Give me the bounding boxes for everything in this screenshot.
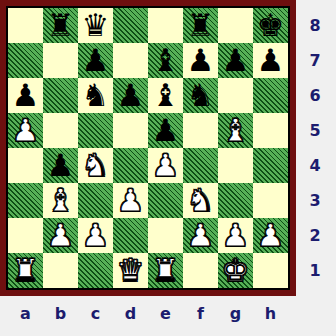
piece-black-rook: ♜ bbox=[47, 8, 75, 43]
square-g1[interactable]: ♚ bbox=[218, 253, 253, 288]
piece-white-queen: ♛ bbox=[117, 253, 145, 288]
square-e2[interactable] bbox=[148, 218, 183, 253]
square-b7[interactable] bbox=[43, 43, 78, 78]
piece-white-king: ♚ bbox=[222, 253, 250, 288]
square-e8[interactable] bbox=[148, 8, 183, 43]
piece-white-pawn: ♟ bbox=[47, 218, 75, 253]
square-c6[interactable]: ♞ bbox=[78, 78, 113, 113]
square-e3[interactable] bbox=[148, 183, 183, 218]
file-label-g: g bbox=[218, 301, 253, 327]
file-label-d: d bbox=[113, 301, 148, 327]
file-label-b: b bbox=[43, 301, 78, 327]
chess-diagram: ♜♛♜♚♟♝♟♟♟♟♞♟♝♞♟♟♝♟♞♟♝♟♞♟♟♟♟♟♜♛♜♚ 8765432… bbox=[0, 0, 336, 336]
piece-black-bishop: ♝ bbox=[152, 43, 180, 78]
square-c2[interactable]: ♟ bbox=[78, 218, 113, 253]
piece-black-knight: ♞ bbox=[187, 78, 215, 113]
square-e7[interactable]: ♝ bbox=[148, 43, 183, 78]
square-b8[interactable]: ♜ bbox=[43, 8, 78, 43]
square-d5[interactable] bbox=[113, 113, 148, 148]
square-e6[interactable]: ♝ bbox=[148, 78, 183, 113]
square-h6[interactable] bbox=[253, 78, 288, 113]
square-a2[interactable] bbox=[8, 218, 43, 253]
square-a4[interactable] bbox=[8, 148, 43, 183]
piece-black-pawn: ♟ bbox=[47, 148, 75, 183]
rank-label-3: 3 bbox=[298, 183, 332, 218]
square-h4[interactable] bbox=[253, 148, 288, 183]
square-h2[interactable]: ♟ bbox=[253, 218, 288, 253]
piece-white-pawn: ♟ bbox=[117, 183, 145, 218]
piece-black-king: ♚ bbox=[257, 8, 285, 43]
square-c1[interactable] bbox=[78, 253, 113, 288]
square-b2[interactable]: ♟ bbox=[43, 218, 78, 253]
file-label-f: f bbox=[183, 301, 218, 327]
square-d6[interactable]: ♟ bbox=[113, 78, 148, 113]
piece-black-rook: ♜ bbox=[187, 8, 215, 43]
square-a5[interactable]: ♟ bbox=[8, 113, 43, 148]
piece-white-pawn: ♟ bbox=[187, 218, 215, 253]
square-e1[interactable]: ♜ bbox=[148, 253, 183, 288]
piece-white-rook: ♜ bbox=[12, 253, 40, 288]
rank-label-7: 7 bbox=[298, 43, 332, 78]
square-c3[interactable] bbox=[78, 183, 113, 218]
square-g8[interactable] bbox=[218, 8, 253, 43]
piece-black-pawn: ♟ bbox=[152, 113, 180, 148]
square-a3[interactable] bbox=[8, 183, 43, 218]
chess-board: ♜♛♜♚♟♝♟♟♟♟♞♟♝♞♟♟♝♟♞♟♝♟♞♟♟♟♟♟♜♛♜♚ bbox=[6, 6, 290, 290]
square-f5[interactable] bbox=[183, 113, 218, 148]
square-b4[interactable]: ♟ bbox=[43, 148, 78, 183]
file-label-a: a bbox=[8, 301, 43, 327]
square-f3[interactable]: ♞ bbox=[183, 183, 218, 218]
square-f7[interactable]: ♟ bbox=[183, 43, 218, 78]
square-g7[interactable]: ♟ bbox=[218, 43, 253, 78]
piece-white-knight: ♞ bbox=[187, 183, 215, 218]
chess-board-frame: ♜♛♜♚♟♝♟♟♟♟♞♟♝♞♟♟♝♟♞♟♝♟♞♟♟♟♟♟♜♛♜♚ bbox=[0, 0, 296, 296]
square-c4[interactable]: ♞ bbox=[78, 148, 113, 183]
rank-label-5: 5 bbox=[298, 113, 332, 148]
piece-white-pawn: ♟ bbox=[82, 218, 110, 253]
square-g2[interactable]: ♟ bbox=[218, 218, 253, 253]
file-label-e: e bbox=[148, 301, 183, 327]
square-h3[interactable] bbox=[253, 183, 288, 218]
square-a7[interactable] bbox=[8, 43, 43, 78]
rank-label-2: 2 bbox=[298, 218, 332, 253]
square-d4[interactable] bbox=[113, 148, 148, 183]
piece-black-pawn: ♟ bbox=[222, 43, 250, 78]
square-g4[interactable] bbox=[218, 148, 253, 183]
square-g6[interactable] bbox=[218, 78, 253, 113]
square-c7[interactable]: ♟ bbox=[78, 43, 113, 78]
piece-white-rook: ♜ bbox=[152, 253, 180, 288]
piece-white-bishop: ♝ bbox=[222, 113, 250, 148]
square-g5[interactable]: ♝ bbox=[218, 113, 253, 148]
square-f2[interactable]: ♟ bbox=[183, 218, 218, 253]
rank-label-6: 6 bbox=[298, 78, 332, 113]
square-e4[interactable]: ♟ bbox=[148, 148, 183, 183]
square-c8[interactable]: ♛ bbox=[78, 8, 113, 43]
square-e5[interactable]: ♟ bbox=[148, 113, 183, 148]
piece-white-pawn: ♟ bbox=[257, 218, 285, 253]
piece-black-pawn: ♟ bbox=[12, 78, 40, 113]
piece-black-bishop: ♝ bbox=[152, 78, 180, 113]
square-d2[interactable] bbox=[113, 218, 148, 253]
square-d8[interactable] bbox=[113, 8, 148, 43]
piece-black-pawn: ♟ bbox=[257, 43, 285, 78]
square-f8[interactable]: ♜ bbox=[183, 8, 218, 43]
square-f1[interactable] bbox=[183, 253, 218, 288]
piece-white-bishop: ♝ bbox=[47, 183, 75, 218]
square-b6[interactable] bbox=[43, 78, 78, 113]
piece-black-knight: ♞ bbox=[82, 78, 110, 113]
square-a8[interactable] bbox=[8, 8, 43, 43]
file-label-h: h bbox=[253, 301, 288, 327]
piece-white-pawn: ♟ bbox=[12, 113, 40, 148]
square-h8[interactable]: ♚ bbox=[253, 8, 288, 43]
square-a1[interactable]: ♜ bbox=[8, 253, 43, 288]
square-b1[interactable] bbox=[43, 253, 78, 288]
square-b5[interactable] bbox=[43, 113, 78, 148]
piece-black-pawn: ♟ bbox=[117, 78, 145, 113]
piece-white-knight: ♞ bbox=[82, 148, 110, 183]
square-a6[interactable]: ♟ bbox=[8, 78, 43, 113]
square-d3[interactable]: ♟ bbox=[113, 183, 148, 218]
piece-white-pawn: ♟ bbox=[152, 148, 180, 183]
square-f6[interactable]: ♞ bbox=[183, 78, 218, 113]
square-c5[interactable] bbox=[78, 113, 113, 148]
piece-black-queen: ♛ bbox=[82, 8, 110, 43]
square-h7[interactable]: ♟ bbox=[253, 43, 288, 78]
rank-label-8: 8 bbox=[298, 8, 332, 43]
square-f4[interactable] bbox=[183, 148, 218, 183]
square-d1[interactable]: ♛ bbox=[113, 253, 148, 288]
piece-black-pawn: ♟ bbox=[82, 43, 110, 78]
square-d7[interactable] bbox=[113, 43, 148, 78]
piece-white-pawn: ♟ bbox=[222, 218, 250, 253]
square-h1[interactable] bbox=[253, 253, 288, 288]
rank-label-1: 1 bbox=[298, 253, 332, 288]
square-h5[interactable] bbox=[253, 113, 288, 148]
square-b3[interactable]: ♝ bbox=[43, 183, 78, 218]
file-label-c: c bbox=[78, 301, 113, 327]
square-g3[interactable] bbox=[218, 183, 253, 218]
rank-label-4: 4 bbox=[298, 148, 332, 183]
piece-black-pawn: ♟ bbox=[187, 43, 215, 78]
